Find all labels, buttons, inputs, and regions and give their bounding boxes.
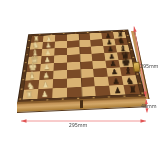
chess-piece-white-knight: ♞ — [24, 80, 39, 90]
chess-piece-white-pawn: ♟ — [39, 71, 53, 80]
chess-board: ♜♟♟♜♞♟♟♞♝♟♟♝♛♟♟♛♚♟♟♚♝♟♟♝♞♟♟♞♜♟♟♜ — [17, 29, 146, 103]
black-pawn-glyph: ♟ — [113, 78, 120, 86]
height-dimension-label: 48mm — [141, 104, 156, 110]
chess-piece-black-pawn: ♟ — [109, 85, 125, 95]
chess-piece-black-pawn: ♟ — [107, 68, 122, 77]
depth-dimension-label: 295mm — [140, 64, 158, 70]
chess-piece-white-pawn: ♟ — [37, 88, 52, 98]
black-rook-glyph: ♜ — [128, 85, 136, 94]
product-photo: ♜♟♟♜♞♟♟♞♝♟♟♝♛♟♟♛♚♟♟♚♝♟♟♝♞♟♟♞♜♟♟♜ 295mm 2… — [0, 0, 160, 160]
chess-piece-white-pawn: ♟ — [40, 63, 54, 72]
chess-piece-black-rook: ♜ — [124, 84, 141, 94]
black-pawn-glyph: ♟ — [114, 87, 121, 95]
white-rook-glyph: ♜ — [26, 90, 34, 99]
chess-piece-white-rook: ♜ — [23, 89, 39, 99]
arrowhead-left — [21, 119, 27, 122]
width-dimension-label: 295mm — [69, 123, 87, 129]
arrowhead-right — [141, 119, 147, 122]
fold-seam — [80, 100, 83, 108]
white-pawn-glyph: ♟ — [41, 91, 48, 99]
